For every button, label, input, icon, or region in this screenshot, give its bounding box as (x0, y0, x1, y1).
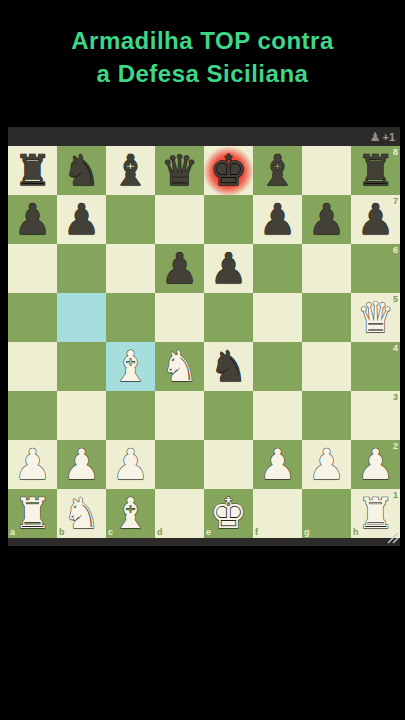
piece-black-pawn[interactable]: ♟ (14, 199, 52, 241)
square-b8[interactable]: ♞ (57, 146, 106, 195)
pawn-icon: ♟ (370, 131, 381, 143)
square-h8[interactable]: ♜8 (351, 146, 400, 195)
piece-white-rook[interactable]: ♜ (357, 493, 395, 535)
piece-white-pawn[interactable]: ♟ (63, 444, 101, 486)
square-e2[interactable] (204, 440, 253, 489)
square-e7[interactable] (204, 195, 253, 244)
square-a2[interactable]: ♟ (8, 440, 57, 489)
square-f5[interactable] (253, 293, 302, 342)
piece-black-king[interactable]: ♚ (210, 150, 248, 192)
square-d1[interactable]: d (155, 489, 204, 538)
square-d2[interactable] (155, 440, 204, 489)
square-a4[interactable] (8, 342, 57, 391)
square-h5[interactable]: ♛5 (351, 293, 400, 342)
square-a7[interactable]: ♟ (8, 195, 57, 244)
piece-black-pawn[interactable]: ♟ (210, 248, 248, 290)
square-f6[interactable] (253, 244, 302, 293)
square-a1[interactable]: ♜a (8, 489, 57, 538)
piece-black-pawn[interactable]: ♟ (63, 199, 101, 241)
square-a8[interactable]: ♜ (8, 146, 57, 195)
piece-white-bishop[interactable]: ♝ (112, 493, 150, 535)
piece-white-knight[interactable]: ♞ (161, 346, 199, 388)
square-g1[interactable]: g (302, 489, 351, 538)
square-h2[interactable]: ♟2 (351, 440, 400, 489)
piece-white-pawn[interactable]: ♟ (14, 444, 52, 486)
square-c5[interactable] (106, 293, 155, 342)
piece-black-knight[interactable]: ♞ (63, 150, 101, 192)
piece-black-pawn[interactable]: ♟ (161, 248, 199, 290)
square-b5[interactable] (57, 293, 106, 342)
square-c8[interactable]: ♝ (106, 146, 155, 195)
square-g7[interactable]: ♟ (302, 195, 351, 244)
square-g4[interactable] (302, 342, 351, 391)
piece-white-pawn[interactable]: ♟ (112, 444, 150, 486)
square-g3[interactable] (302, 391, 351, 440)
square-h4[interactable]: 4 (351, 342, 400, 391)
square-f1[interactable]: f (253, 489, 302, 538)
square-e6[interactable]: ♟ (204, 244, 253, 293)
square-b2[interactable]: ♟ (57, 440, 106, 489)
file-label-g: g (304, 528, 310, 537)
square-g8[interactable] (302, 146, 351, 195)
square-h7[interactable]: ♟7 (351, 195, 400, 244)
piece-black-pawn[interactable]: ♟ (308, 199, 346, 241)
square-a3[interactable] (8, 391, 57, 440)
player-bar-top: ♟ +1 (8, 127, 400, 146)
square-d3[interactable] (155, 391, 204, 440)
rank-label-4: 4 (393, 344, 398, 353)
rank-label-6: 6 (393, 246, 398, 255)
square-g5[interactable] (302, 293, 351, 342)
square-b1[interactable]: ♞b (57, 489, 106, 538)
piece-black-pawn[interactable]: ♟ (259, 199, 297, 241)
piece-black-bishop[interactable]: ♝ (112, 150, 150, 192)
resize-handle-icon[interactable] (386, 531, 399, 544)
square-f7[interactable]: ♟ (253, 195, 302, 244)
piece-black-pawn[interactable]: ♟ (357, 199, 395, 241)
piece-white-pawn[interactable]: ♟ (259, 444, 297, 486)
piece-white-king[interactable]: ♚ (210, 493, 248, 535)
piece-white-bishop[interactable]: ♝ (112, 346, 150, 388)
file-label-d: d (157, 528, 163, 537)
file-label-f: f (255, 528, 258, 537)
piece-black-knight[interactable]: ♞ (210, 346, 248, 388)
square-b7[interactable]: ♟ (57, 195, 106, 244)
square-f2[interactable]: ♟ (253, 440, 302, 489)
video-title-line2: a Defesa Siciliana (0, 57, 405, 90)
video-title-line1: Armadilha TOP contra (0, 24, 405, 57)
board-bottom-bar (8, 538, 400, 546)
square-c4[interactable]: ♝ (106, 342, 155, 391)
piece-white-rook[interactable]: ♜ (14, 493, 52, 535)
piece-black-queen[interactable]: ♛ (161, 150, 199, 192)
square-b6[interactable] (57, 244, 106, 293)
square-d7[interactable] (155, 195, 204, 244)
square-c7[interactable] (106, 195, 155, 244)
piece-white-knight[interactable]: ♞ (63, 493, 101, 535)
square-b4[interactable] (57, 342, 106, 391)
square-f3[interactable] (253, 391, 302, 440)
piece-white-queen[interactable]: ♛ (357, 297, 395, 339)
square-c3[interactable] (106, 391, 155, 440)
piece-white-pawn[interactable]: ♟ (357, 444, 395, 486)
square-d4[interactable]: ♞ (155, 342, 204, 391)
piece-white-pawn[interactable]: ♟ (308, 444, 346, 486)
square-d6[interactable]: ♟ (155, 244, 204, 293)
square-a5[interactable] (8, 293, 57, 342)
square-e3[interactable] (204, 391, 253, 440)
square-e8[interactable]: ♚ (204, 146, 253, 195)
piece-black-rook[interactable]: ♜ (14, 150, 52, 192)
square-f4[interactable] (253, 342, 302, 391)
chess-board[interactable]: ♜♞♝♛♚♝♜8♟♟♟♟♟7♟♟6♛5♝♞♞43♟♟♟♟♟♟2♜a♞b♝cd♚e… (8, 146, 400, 538)
material-advantage: ♟ +1 (370, 131, 395, 143)
square-g6[interactable] (302, 244, 351, 293)
square-e5[interactable] (204, 293, 253, 342)
video-title: Armadilha TOP contra a Defesa Siciliana (0, 24, 405, 90)
square-g2[interactable]: ♟ (302, 440, 351, 489)
square-h6[interactable]: 6 (351, 244, 400, 293)
square-d8[interactable]: ♛ (155, 146, 204, 195)
square-f8[interactable]: ♝ (253, 146, 302, 195)
square-b3[interactable] (57, 391, 106, 440)
piece-black-rook[interactable]: ♜ (357, 150, 395, 192)
square-c2[interactable]: ♟ (106, 440, 155, 489)
square-d5[interactable] (155, 293, 204, 342)
rank-label-3: 3 (393, 393, 398, 402)
square-c6[interactable] (106, 244, 155, 293)
piece-black-bishop[interactable]: ♝ (259, 150, 297, 192)
square-h3[interactable]: 3 (351, 391, 400, 440)
square-a6[interactable] (8, 244, 57, 293)
square-e4[interactable]: ♞ (204, 342, 253, 391)
material-advantage-text: +1 (382, 131, 395, 143)
square-c1[interactable]: ♝c (106, 489, 155, 538)
chess-board-panel: ♟ +1 ♜♞♝♛♚♝♜8♟♟♟♟♟7♟♟6♛5♝♞♞43♟♟♟♟♟♟2♜a♞b… (8, 127, 400, 546)
square-e1[interactable]: ♚e (204, 489, 253, 538)
